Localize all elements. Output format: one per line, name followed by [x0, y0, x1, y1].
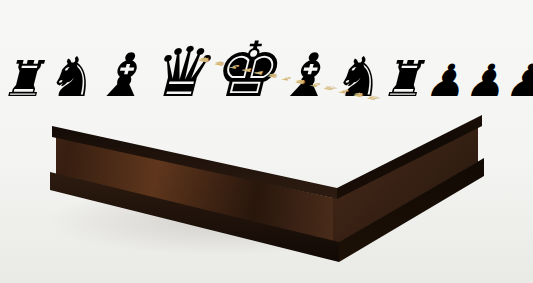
piece-black-pawn-c7[interactable]: ♟: [504, 55, 533, 107]
piece-black-pawn-a7[interactable]: ♟: [424, 55, 464, 107]
piece-black-pawn-b7[interactable]: ♟: [464, 55, 504, 107]
piece-black-knight-b8[interactable]: ♞: [44, 45, 93, 109]
piece-black-rook-a8[interactable]: ♜: [0, 50, 44, 108]
chess-case-photo: ♞♞♝♟♟♞♝♞♝♛♝♞♛ ♜♞♝♛♚♝♞♜♟♟♟♟♟♟♟♟♟♟♟♟♟♟♟♟♜♞…: [0, 0, 533, 283]
